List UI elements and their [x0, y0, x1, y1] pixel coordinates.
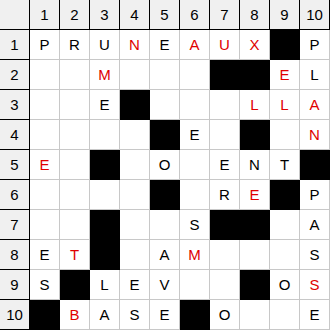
- col-header-7: 7: [210, 0, 240, 30]
- cell-8-4[interactable]: [120, 240, 150, 270]
- cell-4-1[interactable]: [30, 120, 60, 150]
- cell-6-7[interactable]: R: [210, 180, 240, 210]
- cell-3-6[interactable]: [180, 90, 210, 120]
- cell-6-1[interactable]: [30, 180, 60, 210]
- cell-4-9[interactable]: [270, 120, 300, 150]
- cell-8-2[interactable]: T: [60, 240, 90, 270]
- cell-5-2[interactable]: [60, 150, 90, 180]
- cell-6-9: [270, 180, 300, 210]
- cell-10-5[interactable]: E: [150, 300, 180, 330]
- cell-7-7: [210, 210, 240, 240]
- cell-4-7[interactable]: [210, 120, 240, 150]
- cell-10-8[interactable]: [240, 300, 270, 330]
- cell-8-8[interactable]: [240, 240, 270, 270]
- cell-7-2[interactable]: [60, 210, 90, 240]
- cell-6-6[interactable]: [180, 180, 210, 210]
- cell-7-5[interactable]: [150, 210, 180, 240]
- cell-2-7: [210, 60, 240, 90]
- cell-3-4: [120, 90, 150, 120]
- cell-9-2: [60, 270, 90, 300]
- cell-10-6: [180, 300, 210, 330]
- cell-9-9[interactable]: O: [270, 270, 300, 300]
- cell-3-9[interactable]: L: [270, 90, 300, 120]
- row-header-6: 6: [0, 180, 30, 210]
- cell-3-3[interactable]: E: [90, 90, 120, 120]
- cell-5-6[interactable]: [180, 150, 210, 180]
- cell-1-8[interactable]: X: [240, 30, 270, 60]
- cell-8-7[interactable]: [210, 240, 240, 270]
- cell-8-10[interactable]: S: [300, 240, 330, 270]
- cell-1-6[interactable]: A: [180, 30, 210, 60]
- cell-10-7[interactable]: O: [210, 300, 240, 330]
- cell-5-8[interactable]: N: [240, 150, 270, 180]
- cell-5-4[interactable]: [120, 150, 150, 180]
- cell-5-3: [90, 150, 120, 180]
- cell-9-5[interactable]: V: [150, 270, 180, 300]
- cell-4-4[interactable]: [120, 120, 150, 150]
- cell-1-5[interactable]: E: [150, 30, 180, 60]
- cell-7-4[interactable]: [120, 210, 150, 240]
- cell-2-3[interactable]: M: [90, 60, 120, 90]
- row-header-2: 2: [0, 60, 30, 90]
- cell-9-7[interactable]: [210, 270, 240, 300]
- row-header-3: 3: [0, 90, 30, 120]
- cell-4-6[interactable]: E: [180, 120, 210, 150]
- cell-8-1[interactable]: E: [30, 240, 60, 270]
- cell-6-10[interactable]: P: [300, 180, 330, 210]
- cell-6-8[interactable]: E: [240, 180, 270, 210]
- cell-3-1[interactable]: [30, 90, 60, 120]
- corner-cell: [0, 0, 30, 30]
- row-header-9: 9: [0, 270, 30, 300]
- cell-7-9[interactable]: [270, 210, 300, 240]
- cell-10-4[interactable]: S: [120, 300, 150, 330]
- cell-3-7[interactable]: [210, 90, 240, 120]
- cell-3-8[interactable]: L: [240, 90, 270, 120]
- cell-10-1: [30, 300, 60, 330]
- cell-1-2[interactable]: R: [60, 30, 90, 60]
- cell-5-5[interactable]: O: [150, 150, 180, 180]
- cell-1-9: [270, 30, 300, 60]
- cell-4-10[interactable]: N: [300, 120, 330, 150]
- cell-9-10[interactable]: S: [300, 270, 330, 300]
- col-header-9: 9: [270, 0, 300, 30]
- cell-1-4[interactable]: N: [120, 30, 150, 60]
- cell-6-5: [150, 180, 180, 210]
- cell-2-10[interactable]: L: [300, 60, 330, 90]
- cell-5-10: [300, 150, 330, 180]
- row-header-5: 5: [0, 150, 30, 180]
- cell-5-9[interactable]: T: [270, 150, 300, 180]
- col-header-3: 3: [90, 0, 120, 30]
- cell-9-3[interactable]: L: [90, 270, 120, 300]
- cell-2-9[interactable]: E: [270, 60, 300, 90]
- col-header-5: 5: [150, 0, 180, 30]
- cell-6-4[interactable]: [120, 180, 150, 210]
- cell-1-7[interactable]: U: [210, 30, 240, 60]
- cell-5-1[interactable]: E: [30, 150, 60, 180]
- col-header-8: 8: [240, 0, 270, 30]
- cell-6-2[interactable]: [60, 180, 90, 210]
- cell-2-5[interactable]: [150, 60, 180, 90]
- cell-10-2[interactable]: B: [60, 300, 90, 330]
- cell-8-6[interactable]: M: [180, 240, 210, 270]
- cell-7-3: [90, 210, 120, 240]
- cell-4-8: [240, 120, 270, 150]
- cell-8-5[interactable]: A: [150, 240, 180, 270]
- col-header-2: 2: [60, 0, 90, 30]
- cell-9-1[interactable]: S: [30, 270, 60, 300]
- cell-2-2[interactable]: [60, 60, 90, 90]
- row-header-10: 10: [0, 300, 30, 330]
- cell-7-1[interactable]: [30, 210, 60, 240]
- row-header-8: 8: [0, 240, 30, 270]
- cell-4-2[interactable]: [60, 120, 90, 150]
- cell-8-3: [90, 240, 120, 270]
- cell-3-10[interactable]: A: [300, 90, 330, 120]
- cell-8-9[interactable]: [270, 240, 300, 270]
- cell-2-1[interactable]: [30, 60, 60, 90]
- cell-7-8: [240, 210, 270, 240]
- cell-4-3[interactable]: [90, 120, 120, 150]
- cell-9-8: [240, 270, 270, 300]
- cell-5-7[interactable]: E: [210, 150, 240, 180]
- cell-6-3[interactable]: [90, 180, 120, 210]
- cell-10-9[interactable]: [270, 300, 300, 330]
- cell-1-10[interactable]: P: [300, 30, 330, 60]
- cell-2-4[interactable]: [120, 60, 150, 90]
- col-header-1: 1: [30, 0, 60, 30]
- col-header-10: 10: [300, 0, 330, 30]
- col-header-6: 6: [180, 0, 210, 30]
- crossword-board: 123456789101PRUNEAUXP2MEL3ELLA4EN5EOENT6…: [0, 0, 330, 330]
- cell-3-5[interactable]: [150, 90, 180, 120]
- row-header-4: 4: [0, 120, 30, 150]
- cell-10-3[interactable]: A: [90, 300, 120, 330]
- cell-1-1[interactable]: P: [30, 30, 60, 60]
- col-header-4: 4: [120, 0, 150, 30]
- cell-7-10[interactable]: A: [300, 210, 330, 240]
- cell-9-6[interactable]: [180, 270, 210, 300]
- cell-10-10[interactable]: E: [300, 300, 330, 330]
- cell-9-4[interactable]: E: [120, 270, 150, 300]
- cell-2-8: [240, 60, 270, 90]
- row-header-1: 1: [0, 30, 30, 60]
- cell-4-5: [150, 120, 180, 150]
- cell-2-6[interactable]: [180, 60, 210, 90]
- cell-7-6[interactable]: S: [180, 210, 210, 240]
- row-header-7: 7: [0, 210, 30, 240]
- cell-3-2[interactable]: [60, 90, 90, 120]
- cell-1-3[interactable]: U: [90, 30, 120, 60]
